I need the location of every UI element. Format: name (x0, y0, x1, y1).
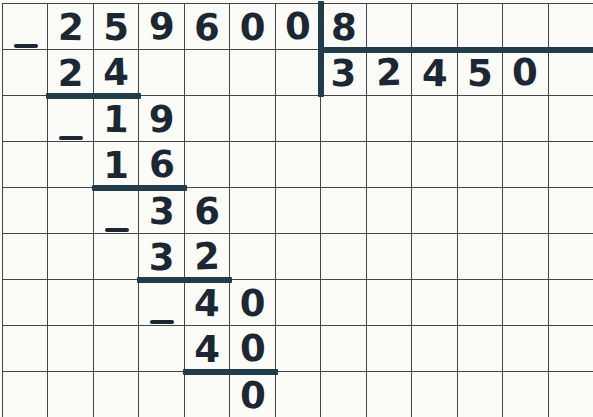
cell-r9c5 (185, 372, 230, 417)
cell-r1c10 (412, 4, 457, 50)
cell-r6c9 (367, 234, 412, 280)
digit: 2 (57, 9, 84, 47)
cell-r9c12 (503, 372, 548, 417)
cell-r1c12 (503, 4, 548, 50)
cell-r3c6 (230, 96, 275, 142)
cell-r1c3: 5 (94, 4, 139, 50)
cell-r4c4: 6 (139, 142, 184, 188)
cell-r7c11 (458, 280, 503, 326)
digit: 3 (148, 193, 175, 231)
cell-r1c5: 6 (185, 4, 230, 50)
digit: 5 (467, 55, 493, 92)
digit: 4 (421, 55, 448, 93)
cell-r4c3: 1 (94, 142, 139, 188)
digit: 2 (194, 238, 221, 276)
long-division-worksheet: 259600824324501916363240400 (0, 0, 593, 417)
cell-r5c6 (230, 188, 275, 234)
cell-r7c1 (3, 280, 48, 326)
cell-r1c9 (367, 4, 412, 50)
cell-r5c10 (412, 188, 457, 234)
cell-r1c4: 9 (139, 4, 184, 50)
cell-r8c13 (549, 326, 593, 372)
digit: 1 (103, 101, 130, 139)
cell-r7c6: 0 (230, 280, 275, 326)
cell-r2c9: 2 (367, 50, 412, 96)
cell-r2c4 (139, 50, 184, 96)
grid-paper: 259600824324501916363240400 (2, 3, 593, 417)
cell-r8c1 (3, 326, 48, 372)
cell-r4c10 (412, 142, 457, 188)
digit: 0 (240, 9, 266, 46)
cell-r8c3 (94, 326, 139, 372)
cell-r8c7 (276, 326, 321, 372)
cell-r2c6 (230, 50, 275, 96)
cell-r6c7 (276, 234, 321, 280)
cell-r5c1 (3, 188, 48, 234)
cell-r9c7 (276, 372, 321, 417)
digit: 9 (149, 101, 175, 138)
minus-sign (105, 228, 129, 233)
digit: 0 (512, 54, 539, 92)
cell-r2c13 (549, 50, 593, 96)
digit: 0 (284, 8, 311, 46)
cell-r8c12 (503, 326, 548, 372)
minus-sign (150, 320, 174, 325)
cell-r5c2 (48, 188, 93, 234)
cell-r4c7 (276, 142, 321, 188)
cell-r6c11 (458, 234, 503, 280)
cell-r9c3 (94, 372, 139, 417)
digit: 3 (331, 55, 357, 92)
cell-r9c1 (3, 372, 48, 417)
cell-r4c2 (48, 142, 93, 188)
division-horizontal-bar (318, 47, 593, 53)
cell-r9c11 (458, 372, 503, 417)
cell-r6c10 (412, 234, 457, 280)
cell-r3c3: 1 (94, 96, 139, 142)
cell-r8c10 (412, 326, 457, 372)
digit: 4 (194, 331, 220, 368)
cell-r3c4: 9 (139, 96, 184, 142)
digit: 6 (194, 9, 221, 47)
cell-r8c11 (458, 326, 503, 372)
cell-r8c2 (48, 326, 93, 372)
digit: 2 (58, 55, 84, 92)
cell-r1c11 (458, 4, 503, 50)
cell-r1c6: 0 (230, 4, 275, 50)
cell-r3c5 (185, 96, 230, 142)
cell-r7c2 (48, 280, 93, 326)
cell-r2c11: 5 (458, 50, 503, 96)
cell-r6c4: 3 (139, 234, 184, 280)
cell-r7c8 (321, 280, 366, 326)
cell-r5c13 (549, 188, 593, 234)
underline-below-row-6 (137, 277, 232, 283)
cell-r7c7 (276, 280, 321, 326)
cell-r4c6 (230, 142, 275, 188)
cell-r8c6: 0 (230, 326, 275, 372)
digit: 8 (330, 9, 357, 47)
cell-r9c8 (321, 372, 366, 417)
cell-r4c11 (458, 142, 503, 188)
cell-r5c11 (458, 188, 503, 234)
cell-r3c11 (458, 96, 503, 142)
underline-below-row-2 (46, 93, 141, 99)
cell-r3c7 (276, 96, 321, 142)
cell-r6c8 (321, 234, 366, 280)
cell-r6c13 (549, 234, 593, 280)
cell-r6c2 (48, 234, 93, 280)
cell-r3c12 (503, 96, 548, 142)
cell-r9c9 (367, 372, 412, 417)
cell-r2c3: 4 (94, 50, 139, 96)
digit: 9 (148, 8, 175, 46)
cell-r1c8: 8 (321, 4, 366, 50)
cell-r6c6 (230, 234, 275, 280)
cell-r6c5: 2 (185, 234, 230, 280)
cell-r9c13 (549, 372, 593, 417)
cell-r2c1 (3, 50, 48, 96)
cell-r4c9 (367, 142, 412, 188)
digit: 0 (239, 330, 266, 368)
cell-r2c7 (276, 50, 321, 96)
cell-r5c5: 6 (185, 188, 230, 234)
underline-below-row-4 (92, 185, 187, 191)
cell-r3c1 (3, 96, 48, 142)
cell-r2c12: 0 (503, 50, 548, 96)
cell-r3c8 (321, 96, 366, 142)
cell-r1c13 (549, 4, 593, 50)
cell-r1c2: 2 (48, 4, 93, 50)
cell-r2c5 (185, 50, 230, 96)
digit: 4 (194, 285, 221, 323)
cell-r8c9 (367, 326, 412, 372)
cell-r6c3 (94, 234, 139, 280)
digit: 0 (240, 285, 266, 322)
digit: 3 (149, 239, 175, 276)
cell-r8c4 (139, 326, 184, 372)
cell-r7c9 (367, 280, 412, 326)
cell-r9c10 (412, 372, 457, 417)
cell-r9c4 (139, 372, 184, 417)
cell-r2c10: 4 (412, 50, 457, 96)
minus-sign (59, 136, 83, 141)
minus-sign (14, 44, 38, 49)
cell-r5c12 (503, 188, 548, 234)
cell-r6c1 (3, 234, 48, 280)
digit: 0 (239, 377, 266, 415)
cell-r9c2 (48, 372, 93, 417)
cell-r4c5 (185, 142, 230, 188)
digit: 1 (103, 147, 129, 184)
cell-r2c2: 2 (48, 50, 93, 96)
digit: 6 (148, 146, 175, 184)
cell-r4c1 (3, 142, 48, 188)
cell-r5c4: 3 (139, 188, 184, 234)
cell-r8c5: 4 (185, 326, 230, 372)
digit: 2 (375, 54, 402, 92)
cell-r5c7 (276, 188, 321, 234)
cell-r4c8 (321, 142, 366, 188)
cell-r1c7: 0 (276, 4, 321, 50)
cell-r8c8 (321, 326, 366, 372)
cell-r7c12 (503, 280, 548, 326)
cell-r4c13 (549, 142, 593, 188)
cell-r5c9 (367, 188, 412, 234)
cell-r6c12 (503, 234, 548, 280)
cell-r4c12 (503, 142, 548, 188)
cell-r7c3 (94, 280, 139, 326)
cell-r3c9 (367, 96, 412, 142)
cell-r3c13 (549, 96, 593, 142)
cell-r5c8 (321, 188, 366, 234)
cell-r7c5: 4 (185, 280, 230, 326)
digit: 6 (194, 193, 220, 230)
underline-below-row-8 (183, 369, 278, 375)
digit: 4 (103, 54, 130, 92)
cell-r9c6: 0 (230, 372, 275, 417)
cell-r7c10 (412, 280, 457, 326)
cell-r3c10 (412, 96, 457, 142)
digit: 5 (103, 9, 129, 46)
cell-r7c13 (549, 280, 593, 326)
cell-r2c8: 3 (321, 50, 366, 96)
